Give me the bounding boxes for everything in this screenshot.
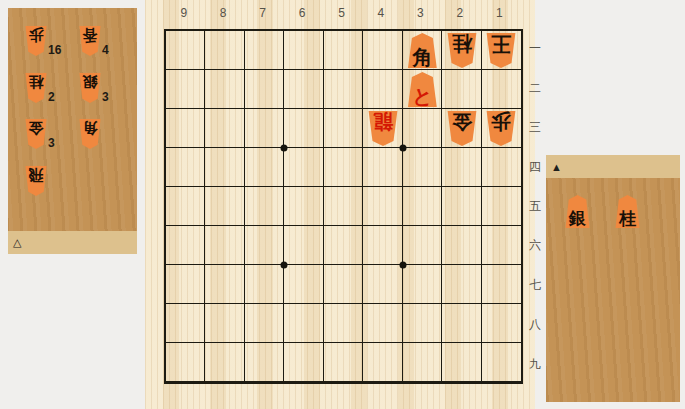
board-cell-6-5[interactable] bbox=[284, 187, 323, 226]
sente-tray-strip: ▲ bbox=[546, 155, 680, 178]
board-cell-8-4[interactable] bbox=[205, 148, 244, 187]
board-cell-2-2[interactable] bbox=[442, 70, 481, 109]
board-cell-8-9[interactable] bbox=[205, 343, 244, 382]
file-label-9: 9 bbox=[164, 6, 203, 24]
board-cell-3-5[interactable] bbox=[403, 187, 442, 226]
board-cell-5-1[interactable] bbox=[324, 31, 363, 70]
board-cell-9-5[interactable] bbox=[166, 187, 205, 226]
board-cell-8-6[interactable] bbox=[205, 226, 244, 265]
board-cell-9-3[interactable] bbox=[166, 109, 205, 148]
board-cell-5-3[interactable] bbox=[324, 109, 363, 148]
board-cell-9-7[interactable] bbox=[166, 265, 205, 304]
sente-hand-tray: ▲ 銀桂 bbox=[546, 155, 680, 402]
gote-hand-gold[interactable]: 金 bbox=[25, 119, 47, 149]
board-cell-8-3[interactable] bbox=[205, 109, 244, 148]
board-cell-8-1[interactable] bbox=[205, 31, 244, 70]
board-cell-2-6[interactable] bbox=[442, 226, 481, 265]
gote-hand-knight-count: 2 bbox=[48, 90, 55, 104]
board-cell-8-8[interactable] bbox=[205, 304, 244, 343]
board-cell-7-5[interactable] bbox=[245, 187, 284, 226]
board-cell-6-4[interactable] bbox=[284, 148, 323, 187]
board-cell-8-2[interactable] bbox=[205, 70, 244, 109]
board-cell-3-8[interactable] bbox=[403, 304, 442, 343]
board-cell-5-6[interactable] bbox=[324, 226, 363, 265]
file-label-6: 6 bbox=[282, 6, 321, 24]
gote-hand-lance[interactable]: 香 bbox=[79, 26, 101, 56]
board-piece-3-2[interactable]: と bbox=[407, 72, 437, 107]
rank-label-4: 四 bbox=[524, 147, 546, 186]
file-label-4: 4 bbox=[361, 6, 400, 24]
file-label-1: 1 bbox=[480, 6, 519, 24]
board-cell-2-5[interactable] bbox=[442, 187, 481, 226]
file-label-8: 8 bbox=[203, 6, 242, 24]
board-cell-1-4[interactable] bbox=[482, 148, 521, 187]
board-cell-4-6[interactable] bbox=[363, 226, 402, 265]
gote-hand-pawn-count: 16 bbox=[48, 43, 61, 57]
board-cell-4-8[interactable] bbox=[363, 304, 402, 343]
board-cell-4-7[interactable] bbox=[363, 265, 402, 304]
board-cell-3-9[interactable] bbox=[403, 343, 442, 382]
board-cell-7-4[interactable] bbox=[245, 148, 284, 187]
board-cell-1-5[interactable] bbox=[482, 187, 521, 226]
shogi-app: 歩16香4桂2銀3金3角飛 △ 987654321 角桂王と龍金歩 一二三四五六… bbox=[0, 0, 685, 409]
board-cell-3-4[interactable] bbox=[403, 148, 442, 187]
rank-label-7: 七 bbox=[524, 266, 546, 305]
star-point-1 bbox=[281, 144, 288, 151]
file-label-7: 7 bbox=[243, 6, 282, 24]
gote-hand-silver-count: 3 bbox=[102, 90, 109, 104]
board-cell-7-1[interactable] bbox=[245, 31, 284, 70]
board-cell-7-7[interactable] bbox=[245, 265, 284, 304]
board-cell-1-8[interactable] bbox=[482, 304, 521, 343]
board-cell-6-2[interactable] bbox=[284, 70, 323, 109]
board-cell-3-3[interactable] bbox=[403, 109, 442, 148]
board-cell-3-7[interactable] bbox=[403, 265, 442, 304]
board-cell-3-6[interactable] bbox=[403, 226, 442, 265]
board-cell-9-1[interactable] bbox=[166, 31, 205, 70]
board-cell-7-8[interactable] bbox=[245, 304, 284, 343]
board-cell-5-9[interactable] bbox=[324, 343, 363, 382]
board-cell-4-4[interactable] bbox=[363, 148, 402, 187]
board-cell-7-3[interactable] bbox=[245, 109, 284, 148]
gote-tray-strip: △ bbox=[8, 231, 137, 254]
board-cell-8-7[interactable] bbox=[205, 265, 244, 304]
board-cell-2-8[interactable] bbox=[442, 304, 481, 343]
board-cell-6-3[interactable] bbox=[284, 109, 323, 148]
star-point-2 bbox=[399, 144, 406, 151]
board-cell-6-9[interactable] bbox=[284, 343, 323, 382]
sente-hand-silver[interactable]: 銀 bbox=[565, 195, 590, 228]
gote-hand-silver[interactable]: 銀 bbox=[79, 73, 101, 103]
board-cell-6-7[interactable] bbox=[284, 265, 323, 304]
board-cell-4-9[interactable] bbox=[363, 343, 402, 382]
sente-hand-knight[interactable]: 桂 bbox=[615, 195, 640, 228]
rank-label-9: 九 bbox=[524, 345, 546, 384]
board-cell-6-1[interactable] bbox=[284, 31, 323, 70]
board-cell-1-7[interactable] bbox=[482, 265, 521, 304]
board-cell-5-7[interactable] bbox=[324, 265, 363, 304]
rank-label-1: 一 bbox=[524, 29, 546, 68]
gote-hand-rook[interactable]: 飛 bbox=[25, 166, 47, 196]
board-cell-5-8[interactable] bbox=[324, 304, 363, 343]
board-cell-1-6[interactable] bbox=[482, 226, 521, 265]
gote-hand-lance-count: 4 bbox=[102, 43, 109, 57]
gote-marker: △ bbox=[13, 236, 21, 249]
board-cell-9-6[interactable] bbox=[166, 226, 205, 265]
board-cell-6-6[interactable] bbox=[284, 226, 323, 265]
rank-label-3: 三 bbox=[524, 108, 546, 147]
file-label-3: 3 bbox=[401, 6, 440, 24]
board-cell-5-4[interactable] bbox=[324, 148, 363, 187]
rank-label-8: 八 bbox=[524, 305, 546, 344]
board-cell-2-4[interactable] bbox=[442, 148, 481, 187]
board-cell-1-2[interactable] bbox=[482, 70, 521, 109]
board-cell-5-5[interactable] bbox=[324, 187, 363, 226]
gote-hand-tray: 歩16香4桂2銀3金3角飛 △ bbox=[8, 8, 137, 254]
board-cell-4-5[interactable] bbox=[363, 187, 402, 226]
board-cell-9-8[interactable] bbox=[166, 304, 205, 343]
board-cell-5-2[interactable] bbox=[324, 70, 363, 109]
board-cell-4-2[interactable] bbox=[363, 70, 402, 109]
rank-label-5: 五 bbox=[524, 187, 546, 226]
board-cell-9-9[interactable] bbox=[166, 343, 205, 382]
star-point-4 bbox=[399, 262, 406, 269]
gote-hand-gold-count: 3 bbox=[48, 136, 55, 150]
rank-labels: 一二三四五六七八九 bbox=[524, 29, 546, 384]
board-cell-2-9[interactable] bbox=[442, 343, 481, 382]
file-label-2: 2 bbox=[440, 6, 479, 24]
board-cell-8-5[interactable] bbox=[205, 187, 244, 226]
board-piece-3-1[interactable]: 角 bbox=[407, 33, 437, 68]
shogi-board-panel: 987654321 角桂王と龍金歩 一二三四五六七八九 bbox=[145, 0, 535, 409]
sente-marker: ▲ bbox=[551, 161, 562, 173]
board-cell-9-4[interactable] bbox=[166, 148, 205, 187]
board-cell-7-2[interactable] bbox=[245, 70, 284, 109]
board-cell-2-7[interactable] bbox=[442, 265, 481, 304]
board-cell-6-8[interactable] bbox=[284, 304, 323, 343]
star-point-3 bbox=[281, 262, 288, 269]
gote-hand-bishop[interactable]: 角 bbox=[79, 119, 101, 149]
board-cell-4-1[interactable] bbox=[363, 31, 402, 70]
board-cell-9-2[interactable] bbox=[166, 70, 205, 109]
rank-label-2: 二 bbox=[524, 68, 546, 107]
board-cell-7-9[interactable] bbox=[245, 343, 284, 382]
board-cell-7-6[interactable] bbox=[245, 226, 284, 265]
gote-hand-knight[interactable]: 桂 bbox=[25, 73, 47, 103]
file-label-5: 5 bbox=[322, 6, 361, 24]
board-cell-1-9[interactable] bbox=[482, 343, 521, 382]
rank-label-6: 六 bbox=[524, 226, 546, 265]
board-grid: 角桂王と龍金歩 bbox=[164, 29, 523, 384]
gote-hand-pawn[interactable]: 歩 bbox=[25, 26, 47, 56]
file-labels: 987654321 bbox=[164, 6, 519, 24]
